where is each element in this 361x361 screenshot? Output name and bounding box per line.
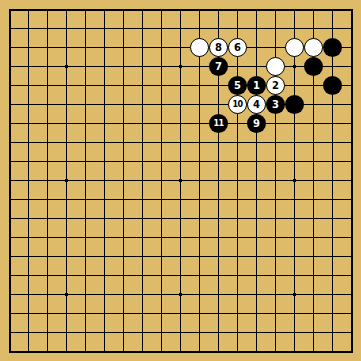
go-stone-black-move-9: 9 bbox=[247, 114, 266, 133]
go-stone-black-move-5: 5 bbox=[228, 76, 247, 95]
stone-move-number: 5 bbox=[234, 81, 241, 91]
stone-move-number: 6 bbox=[234, 43, 241, 53]
stone-move-number: 9 bbox=[253, 119, 260, 129]
go-stone-white-move-10: 10 bbox=[228, 95, 247, 114]
go-stone-white bbox=[285, 38, 304, 57]
go-stone-black-move-7: 7 bbox=[209, 57, 228, 76]
stone-move-number: 11 bbox=[213, 120, 223, 128]
stone-move-number: 1 bbox=[253, 81, 260, 91]
stone-move-number: 10 bbox=[232, 101, 242, 109]
stone-move-number: 8 bbox=[215, 43, 222, 53]
go-board[interactable]: 8675121043119 bbox=[0, 0, 361, 361]
go-stone-white-move-4: 4 bbox=[247, 95, 266, 114]
go-stone-black bbox=[323, 76, 342, 95]
stone-move-number: 7 bbox=[215, 62, 222, 72]
go-stone-white bbox=[304, 38, 323, 57]
go-stone-black-move-3: 3 bbox=[266, 95, 285, 114]
stone-move-number: 3 bbox=[272, 100, 279, 110]
go-stone-black-move-1: 1 bbox=[247, 76, 266, 95]
go-stone-white bbox=[266, 57, 285, 76]
go-stone-black bbox=[323, 38, 342, 57]
go-stone-black bbox=[285, 95, 304, 114]
go-stone-black bbox=[304, 57, 323, 76]
stone-move-number: 4 bbox=[253, 100, 260, 110]
go-stone-black-move-11: 11 bbox=[209, 114, 228, 133]
go-stone-white-move-2: 2 bbox=[266, 76, 285, 95]
go-stone-white-move-8: 8 bbox=[209, 38, 228, 57]
stone-move-number: 2 bbox=[272, 81, 279, 91]
go-stone-white-move-6: 6 bbox=[228, 38, 247, 57]
go-stone-white bbox=[190, 38, 209, 57]
stones-layer: 8675121043119 bbox=[0, 0, 361, 361]
